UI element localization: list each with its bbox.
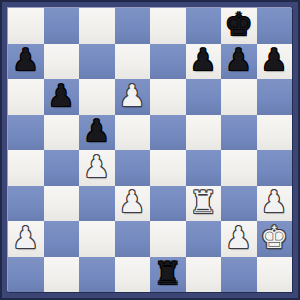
square-d7[interactable] bbox=[115, 44, 151, 80]
square-f2[interactable] bbox=[186, 221, 222, 257]
square-e3[interactable] bbox=[150, 186, 186, 222]
square-f3[interactable]: ♜ bbox=[186, 186, 222, 222]
square-f1[interactable] bbox=[186, 257, 222, 293]
square-h8[interactable] bbox=[257, 8, 293, 44]
square-d4[interactable] bbox=[115, 150, 151, 186]
square-d2[interactable] bbox=[115, 221, 151, 257]
square-g5[interactable] bbox=[221, 115, 257, 151]
square-h4[interactable] bbox=[257, 150, 293, 186]
square-h6[interactable] bbox=[257, 79, 293, 115]
square-b7[interactable] bbox=[44, 44, 80, 80]
square-a7[interactable]: ♟ bbox=[8, 44, 44, 80]
square-a1[interactable] bbox=[8, 257, 44, 293]
square-c7[interactable] bbox=[79, 44, 115, 80]
square-b3[interactable] bbox=[44, 186, 80, 222]
square-b1[interactable] bbox=[44, 257, 80, 293]
square-g3[interactable] bbox=[221, 186, 257, 222]
square-a5[interactable] bbox=[8, 115, 44, 151]
square-c6[interactable] bbox=[79, 79, 115, 115]
piece-white-pawn[interactable]: ♟ bbox=[119, 81, 146, 111]
square-h1[interactable] bbox=[257, 257, 293, 293]
square-g2[interactable]: ♟ bbox=[221, 221, 257, 257]
square-d8[interactable] bbox=[115, 8, 151, 44]
piece-black-king[interactable]: ♚ bbox=[225, 9, 253, 40]
square-c5[interactable]: ♟ bbox=[79, 115, 115, 151]
square-e1[interactable]: ♜ bbox=[150, 257, 186, 293]
square-c1[interactable] bbox=[79, 257, 115, 293]
square-h2[interactable]: ♚ bbox=[257, 221, 293, 257]
square-e4[interactable] bbox=[150, 150, 186, 186]
piece-black-pawn[interactable]: ♟ bbox=[225, 45, 252, 75]
square-d5[interactable] bbox=[115, 115, 151, 151]
piece-white-pawn[interactable]: ♟ bbox=[261, 187, 288, 217]
square-e6[interactable] bbox=[150, 79, 186, 115]
square-c8[interactable] bbox=[79, 8, 115, 44]
square-g4[interactable] bbox=[221, 150, 257, 186]
chess-board-frame: ♚♟♟♟♟♟♟♟♟♟♜♟♟♟♚♜ bbox=[0, 0, 300, 300]
square-a8[interactable] bbox=[8, 8, 44, 44]
square-g7[interactable]: ♟ bbox=[221, 44, 257, 80]
piece-black-pawn[interactable]: ♟ bbox=[83, 116, 110, 146]
piece-white-rook[interactable]: ♜ bbox=[189, 187, 217, 218]
piece-black-rook[interactable]: ♜ bbox=[154, 258, 182, 289]
piece-white-pawn[interactable]: ♟ bbox=[119, 187, 146, 217]
square-e7[interactable] bbox=[150, 44, 186, 80]
square-g8[interactable]: ♚ bbox=[221, 8, 257, 44]
square-b8[interactable] bbox=[44, 8, 80, 44]
square-h5[interactable] bbox=[257, 115, 293, 151]
square-d3[interactable]: ♟ bbox=[115, 186, 151, 222]
square-c3[interactable] bbox=[79, 186, 115, 222]
piece-black-pawn[interactable]: ♟ bbox=[261, 45, 288, 75]
piece-white-pawn[interactable]: ♟ bbox=[83, 152, 110, 182]
square-d6[interactable]: ♟ bbox=[115, 79, 151, 115]
square-e2[interactable] bbox=[150, 221, 186, 257]
square-g1[interactable] bbox=[221, 257, 257, 293]
square-a2[interactable]: ♟ bbox=[8, 221, 44, 257]
square-f4[interactable] bbox=[186, 150, 222, 186]
piece-black-pawn[interactable]: ♟ bbox=[190, 45, 217, 75]
square-b2[interactable] bbox=[44, 221, 80, 257]
square-b4[interactable] bbox=[44, 150, 80, 186]
square-e5[interactable] bbox=[150, 115, 186, 151]
square-a4[interactable] bbox=[8, 150, 44, 186]
piece-white-king[interactable]: ♚ bbox=[260, 222, 288, 253]
square-f7[interactable]: ♟ bbox=[186, 44, 222, 80]
square-b6[interactable]: ♟ bbox=[44, 79, 80, 115]
piece-black-pawn[interactable]: ♟ bbox=[12, 45, 39, 75]
square-f6[interactable] bbox=[186, 79, 222, 115]
piece-black-pawn[interactable]: ♟ bbox=[48, 81, 75, 111]
square-h3[interactable]: ♟ bbox=[257, 186, 293, 222]
square-a3[interactable] bbox=[8, 186, 44, 222]
square-c2[interactable] bbox=[79, 221, 115, 257]
square-e8[interactable] bbox=[150, 8, 186, 44]
square-c4[interactable]: ♟ bbox=[79, 150, 115, 186]
square-b5[interactable] bbox=[44, 115, 80, 151]
square-d1[interactable] bbox=[115, 257, 151, 293]
square-f5[interactable] bbox=[186, 115, 222, 151]
chess-board: ♚♟♟♟♟♟♟♟♟♟♜♟♟♟♚♜ bbox=[8, 8, 292, 292]
piece-white-pawn[interactable]: ♟ bbox=[12, 223, 39, 253]
square-a6[interactable] bbox=[8, 79, 44, 115]
square-h7[interactable]: ♟ bbox=[257, 44, 293, 80]
square-g6[interactable] bbox=[221, 79, 257, 115]
square-f8[interactable] bbox=[186, 8, 222, 44]
piece-white-pawn[interactable]: ♟ bbox=[225, 223, 252, 253]
